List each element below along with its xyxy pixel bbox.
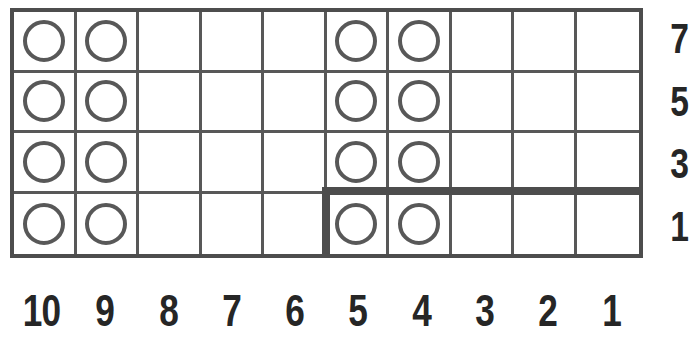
chart-cell <box>577 12 640 73</box>
row-label: 7 <box>658 8 700 71</box>
yarn-over-icon <box>398 20 440 62</box>
chart-cell <box>77 12 140 73</box>
chart-cell <box>139 133 202 194</box>
row-label: 3 <box>658 133 700 196</box>
yarn-over-icon <box>85 20 127 62</box>
column-label: 9 <box>73 288 136 334</box>
chart-cell <box>14 73 77 134</box>
chart-cell <box>327 73 390 134</box>
yarn-over-icon <box>23 203 65 245</box>
chart-cell <box>139 73 202 134</box>
yarn-over-icon <box>23 80 65 122</box>
knitting-chart: 10987654321 7531 <box>0 0 700 345</box>
yarn-over-icon <box>398 203 440 245</box>
chart-cell <box>202 194 265 255</box>
chart-cell <box>202 133 265 194</box>
column-label: 3 <box>453 288 516 334</box>
column-label: 5 <box>326 288 389 334</box>
yarn-over-icon <box>85 80 127 122</box>
yarn-over-icon <box>85 141 127 183</box>
chart-cell <box>514 133 577 194</box>
chart-cell <box>327 12 390 73</box>
yarn-over-icon <box>335 141 377 183</box>
chart-cell <box>389 194 452 255</box>
chart-cell <box>389 133 452 194</box>
chart-cell <box>577 194 640 255</box>
chart-cell <box>577 133 640 194</box>
chart-cell <box>577 73 640 134</box>
chart-cell <box>264 194 327 255</box>
chart-cell <box>14 194 77 255</box>
chart-cell <box>452 133 515 194</box>
chart-cell <box>452 12 515 73</box>
column-label: 1 <box>580 288 643 334</box>
chart-cell <box>77 194 140 255</box>
chart-cell <box>77 73 140 134</box>
repeat-marker-vertical <box>322 187 330 258</box>
chart-cell <box>264 133 327 194</box>
chart-cell <box>14 12 77 73</box>
chart-cell <box>389 12 452 73</box>
chart-cell <box>389 73 452 134</box>
chart-cell <box>139 12 202 73</box>
chart-cell <box>327 133 390 194</box>
chart-cell <box>514 12 577 73</box>
chart-cell <box>77 133 140 194</box>
yarn-over-icon <box>335 80 377 122</box>
yarn-over-icon <box>335 203 377 245</box>
yarn-over-icon <box>398 80 440 122</box>
column-labels: 10987654321 <box>10 288 643 334</box>
yarn-over-icon <box>335 20 377 62</box>
row-label: 1 <box>658 196 700 259</box>
yarn-over-icon <box>23 141 65 183</box>
chart-cell <box>264 12 327 73</box>
yarn-over-icon <box>23 20 65 62</box>
chart-cell <box>327 194 390 255</box>
chart-cell <box>514 194 577 255</box>
column-label: 6 <box>263 288 326 334</box>
yarn-over-icon <box>85 203 127 245</box>
column-label: 7 <box>200 288 263 334</box>
chart-cell <box>264 73 327 134</box>
chart-cell <box>514 73 577 134</box>
chart-cell <box>202 73 265 134</box>
row-label: 5 <box>658 71 700 134</box>
yarn-over-icon <box>398 141 440 183</box>
repeat-marker-horizontal <box>322 187 643 195</box>
chart-cell <box>14 133 77 194</box>
column-label: 10 <box>10 288 73 334</box>
chart-cell <box>452 73 515 134</box>
row-labels: 7531 <box>658 8 700 258</box>
chart-cell <box>452 194 515 255</box>
column-label: 2 <box>516 288 579 334</box>
chart-cell <box>202 12 265 73</box>
column-label: 8 <box>137 288 200 334</box>
chart-cell <box>139 194 202 255</box>
column-label: 4 <box>390 288 453 334</box>
